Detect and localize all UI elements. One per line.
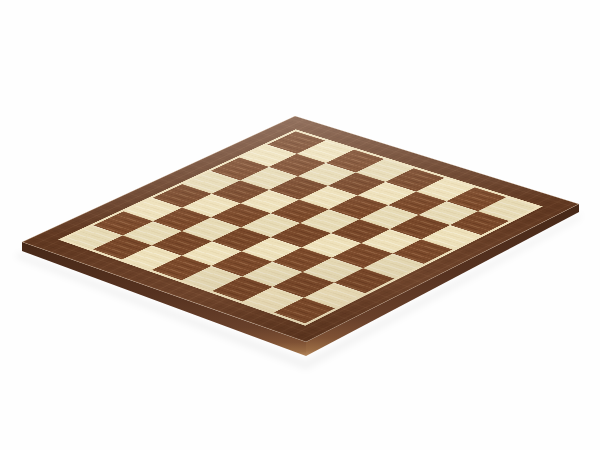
product-photo: [0, 0, 600, 450]
